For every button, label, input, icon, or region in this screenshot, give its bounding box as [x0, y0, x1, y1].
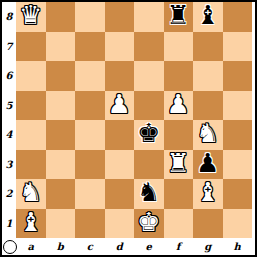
square-f6[interactable]: [164, 61, 194, 91]
square-h8[interactable]: [223, 2, 253, 32]
black-bishop-icon[interactable]: ♝: [196, 1, 219, 31]
square-b1[interactable]: [46, 209, 76, 239]
square-c4[interactable]: [75, 120, 105, 150]
square-d4[interactable]: [105, 120, 135, 150]
square-b4[interactable]: [46, 120, 76, 150]
rank-label-7: 7: [2, 32, 16, 62]
square-g1[interactable]: [193, 209, 223, 239]
square-a5[interactable]: [16, 91, 46, 121]
square-h1[interactable]: [223, 209, 253, 239]
square-b3[interactable]: [46, 150, 76, 180]
white-pawn-icon[interactable]: ♟: [108, 90, 131, 120]
square-c6[interactable]: [75, 61, 105, 91]
square-e2[interactable]: ♞: [134, 179, 164, 209]
file-label-h: h: [223, 238, 253, 255]
square-a7[interactable]: [16, 32, 46, 62]
square-h4[interactable]: [223, 120, 253, 150]
file-label-d: d: [105, 238, 135, 255]
square-f4[interactable]: [164, 120, 194, 150]
square-a2[interactable]: ♞: [16, 179, 46, 209]
square-c5[interactable]: [75, 91, 105, 121]
square-h2[interactable]: [223, 179, 253, 209]
square-b6[interactable]: [46, 61, 76, 91]
square-g2[interactable]: ♝: [193, 179, 223, 209]
black-pawn-icon[interactable]: ♟: [196, 149, 219, 179]
file-label-e: e: [134, 238, 164, 255]
square-c1[interactable]: [75, 209, 105, 239]
square-c8[interactable]: [75, 2, 105, 32]
white-king-icon[interactable]: ♚: [137, 208, 160, 238]
square-a3[interactable]: [16, 150, 46, 180]
square-g8[interactable]: ♝: [193, 2, 223, 32]
square-f8[interactable]: ♜: [164, 2, 194, 32]
file-label-f: f: [164, 238, 194, 255]
square-d5[interactable]: ♟: [105, 91, 135, 121]
file-label-b: b: [46, 238, 76, 255]
rank-labels: 87654321: [2, 2, 16, 238]
file-label-g: g: [193, 238, 223, 255]
square-a8[interactable]: ♛: [16, 2, 46, 32]
square-e4[interactable]: ♚: [134, 120, 164, 150]
white-knight-icon[interactable]: ♞: [196, 119, 219, 149]
black-rook-icon[interactable]: ♜: [167, 1, 190, 31]
rank-label-3: 3: [2, 150, 16, 180]
square-h3[interactable]: [223, 150, 253, 180]
square-g5[interactable]: [193, 91, 223, 121]
square-c3[interactable]: [75, 150, 105, 180]
white-queen-icon[interactable]: ♛: [19, 1, 42, 31]
square-c2[interactable]: [75, 179, 105, 209]
bottom-strip: abcdefgh: [2, 238, 255, 255]
square-f1[interactable]: [164, 209, 194, 239]
file-label-c: c: [75, 238, 105, 255]
file-labels: abcdefgh: [16, 238, 252, 255]
rank-label-6: 6: [2, 61, 16, 91]
rank-label-4: 4: [2, 120, 16, 150]
square-d7[interactable]: [105, 32, 135, 62]
square-g7[interactable]: [193, 32, 223, 62]
square-c7[interactable]: [75, 32, 105, 62]
square-f5[interactable]: ♟: [164, 91, 194, 121]
square-b2[interactable]: [46, 179, 76, 209]
square-g6[interactable]: [193, 61, 223, 91]
rank-label-8: 8: [2, 2, 16, 32]
square-f2[interactable]: [164, 179, 194, 209]
white-bishop-icon[interactable]: ♝: [19, 208, 42, 238]
square-g3[interactable]: ♟: [193, 150, 223, 180]
square-f3[interactable]: ♜: [164, 150, 194, 180]
rank-label-5: 5: [2, 91, 16, 121]
square-e3[interactable]: [134, 150, 164, 180]
square-e6[interactable]: [134, 61, 164, 91]
square-b8[interactable]: [46, 2, 76, 32]
square-d1[interactable]: [105, 209, 135, 239]
square-h5[interactable]: [223, 91, 253, 121]
square-e7[interactable]: [134, 32, 164, 62]
black-knight-icon[interactable]: ♞: [137, 178, 160, 208]
square-d8[interactable]: [105, 2, 135, 32]
square-g4[interactable]: ♞: [193, 120, 223, 150]
chess-board[interactable]: ♛♜♝♟♟♚♞♜♟♞♞♝♝♚: [16, 2, 252, 238]
rank-label-1: 1: [2, 209, 16, 239]
square-h7[interactable]: [223, 32, 253, 62]
white-to-move-indicator: [3, 240, 17, 254]
square-a4[interactable]: [16, 120, 46, 150]
square-b7[interactable]: [46, 32, 76, 62]
square-h6[interactable]: [223, 61, 253, 91]
square-e1[interactable]: ♚: [134, 209, 164, 239]
chess-diagram: 87654321 ♛♜♝♟♟♚♞♜♟♞♞♝♝♚ abcdefgh: [0, 0, 257, 257]
square-d2[interactable]: [105, 179, 135, 209]
white-pawn-icon[interactable]: ♟: [167, 90, 190, 120]
white-knight-icon[interactable]: ♞: [19, 178, 42, 208]
square-d3[interactable]: [105, 150, 135, 180]
square-b5[interactable]: [46, 91, 76, 121]
square-e8[interactable]: [134, 2, 164, 32]
square-a6[interactable]: [16, 61, 46, 91]
rank-label-2: 2: [2, 179, 16, 209]
square-e5[interactable]: [134, 91, 164, 121]
black-king-icon[interactable]: ♚: [137, 119, 160, 149]
white-rook-icon[interactable]: ♜: [167, 149, 190, 179]
file-label-a: a: [16, 238, 46, 255]
white-bishop-icon[interactable]: ♝: [196, 178, 219, 208]
square-d6[interactable]: [105, 61, 135, 91]
square-a1[interactable]: ♝: [16, 209, 46, 239]
square-f7[interactable]: [164, 32, 194, 62]
